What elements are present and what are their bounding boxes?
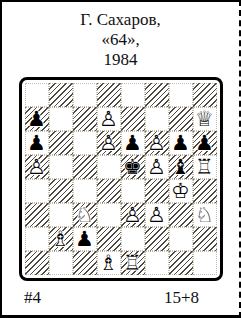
source: «64», <box>2 30 239 50</box>
black-pawn: ♟ <box>25 131 49 155</box>
square-d3 <box>97 203 121 227</box>
square-c6 <box>73 131 97 155</box>
square-e5: ♚ <box>121 155 145 179</box>
square-f6: ♟♙ <box>145 131 169 155</box>
year: 1984 <box>2 50 239 70</box>
stipulation: #4 <box>24 287 41 309</box>
square-g8 <box>169 83 193 107</box>
white-knight: ♞♘ <box>73 203 97 227</box>
black-pawn: ♟ <box>25 107 49 131</box>
square-c3: ♞♘ <box>73 203 97 227</box>
square-h8 <box>193 83 217 107</box>
square-c1 <box>73 251 97 275</box>
square-d7: ♟♙ <box>97 107 121 131</box>
white-pawn: ♟♙ <box>145 203 169 227</box>
square-c5 <box>73 155 97 179</box>
square-f4 <box>145 179 169 203</box>
white-king: ♚♔ <box>169 179 193 203</box>
square-e2 <box>121 227 145 251</box>
square-a8 <box>25 83 49 107</box>
white-queen: ♛♕ <box>193 107 217 131</box>
square-b5 <box>49 155 73 179</box>
black-pawn: ♟ <box>169 131 193 155</box>
black-king: ♚ <box>121 155 145 179</box>
square-b4 <box>49 179 73 203</box>
square-d4 <box>97 179 121 203</box>
square-h5: ♜♖ <box>193 155 217 179</box>
square-c4 <box>73 179 97 203</box>
square-b6 <box>49 131 73 155</box>
white-pawn: ♟♙ <box>145 155 169 179</box>
white-rook: ♜♖ <box>121 251 145 275</box>
square-g7 <box>169 107 193 131</box>
white-pawn: ♟♙ <box>121 203 145 227</box>
black-pawn: ♟ <box>73 227 97 251</box>
square-f1 <box>145 251 169 275</box>
problem-card: Г. Сахаров, «64», 1984 ♟♟♙♛♕♟♟♙♟♟♙♟♟♟♙♚♟… <box>0 0 241 318</box>
square-f3: ♟♙ <box>145 203 169 227</box>
square-e6: ♟ <box>121 131 145 155</box>
author: Г. Сахаров, <box>2 10 239 30</box>
square-g4: ♚♔ <box>169 179 193 203</box>
problem-footer: #4 15+8 <box>2 287 239 309</box>
square-b8 <box>49 83 73 107</box>
square-b2: ♝♗ <box>49 227 73 251</box>
square-e3: ♟♙ <box>121 203 145 227</box>
square-f8 <box>145 83 169 107</box>
square-a6: ♟ <box>25 131 49 155</box>
square-h2 <box>193 227 217 251</box>
square-f2 <box>145 227 169 251</box>
square-g5: ♝ <box>169 155 193 179</box>
problem-header: Г. Сахаров, «64», 1984 <box>2 10 239 70</box>
square-a4 <box>25 179 49 203</box>
square-e4 <box>121 179 145 203</box>
square-c7 <box>73 107 97 131</box>
white-pawn: ♟♙ <box>97 131 121 155</box>
square-e7 <box>121 107 145 131</box>
white-bishop: ♝♗ <box>49 227 73 251</box>
square-g2 <box>169 227 193 251</box>
square-d5 <box>97 155 121 179</box>
square-e1: ♜♖ <box>121 251 145 275</box>
square-a1 <box>25 251 49 275</box>
square-h6: ♟ <box>193 131 217 155</box>
square-f7 <box>145 107 169 131</box>
white-knight: ♞♘ <box>193 203 217 227</box>
square-d6: ♟♙ <box>97 131 121 155</box>
black-pawn: ♟ <box>193 131 217 155</box>
square-h7: ♛♕ <box>193 107 217 131</box>
square-f5: ♟♙ <box>145 155 169 179</box>
square-c2: ♟ <box>73 227 97 251</box>
square-b1 <box>49 251 73 275</box>
square-e8 <box>121 83 145 107</box>
black-bishop: ♝ <box>169 155 193 179</box>
square-d8 <box>97 83 121 107</box>
square-a5: ♟♙ <box>25 155 49 179</box>
white-rook: ♜♖ <box>193 155 217 179</box>
white-pawn: ♟♙ <box>97 107 121 131</box>
square-g3 <box>169 203 193 227</box>
square-h3: ♞♘ <box>193 203 217 227</box>
square-h1 <box>193 251 217 275</box>
square-b3 <box>49 203 73 227</box>
square-b7 <box>49 107 73 131</box>
square-a3 <box>25 203 49 227</box>
square-g1 <box>169 251 193 275</box>
square-d1: ♝♗ <box>97 251 121 275</box>
square-g6: ♟ <box>169 131 193 155</box>
chess-board: ♟♟♙♛♕♟♟♙♟♟♙♟♟♟♙♚♟♙♝♜♖♚♔♞♘♟♙♟♙♞♘♝♗♟♝♗♜♖ <box>19 77 223 281</box>
black-pawn: ♟ <box>121 131 145 155</box>
square-d2 <box>97 227 121 251</box>
square-a7: ♟ <box>25 107 49 131</box>
square-h4 <box>193 179 217 203</box>
square-c8 <box>73 83 97 107</box>
piece-count: 15+8 <box>164 287 199 309</box>
white-pawn: ♟♙ <box>25 155 49 179</box>
white-bishop: ♝♗ <box>97 251 121 275</box>
square-a2 <box>25 227 49 251</box>
white-pawn: ♟♙ <box>145 131 169 155</box>
